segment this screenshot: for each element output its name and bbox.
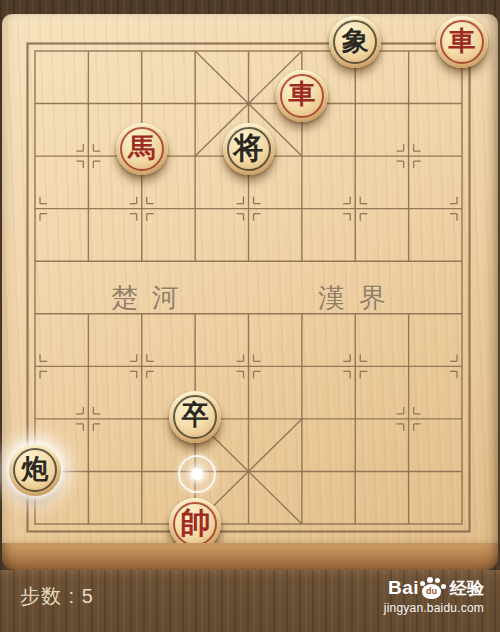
app-background: 楚河 漢界 象車車馬将卒炮帥 步数 : 5 Bai du 经验 jingyan.…	[0, 0, 500, 632]
baidu-jingyan-watermark: Bai du 经验 jingyan.baidu.com	[384, 576, 484, 615]
river-label-left: 楚河	[97, 280, 193, 316]
board-surface[interactable]: 楚河 漢界 象車車馬将卒炮帥	[2, 14, 498, 543]
piece-red-horse[interactable]: 馬	[116, 123, 168, 175]
piece-red-chariot-2[interactable]: 車	[276, 70, 328, 122]
piece-black-soldier[interactable]: 卒	[169, 391, 221, 443]
xiangqi-board[interactable]: 楚河 漢界 象車車馬将卒炮帥	[2, 14, 498, 570]
baidu-paw-icon: du	[420, 577, 446, 600]
watermark-du: du	[426, 587, 437, 596]
piece-red-chariot-1[interactable]: 車	[436, 16, 488, 68]
board-grid	[2, 14, 498, 543]
piece-black-elephant[interactable]: 象	[329, 16, 381, 68]
board-front-edge	[2, 543, 498, 570]
move-counter: 步数 : 5	[20, 583, 94, 610]
watermark-bai: Bai	[388, 577, 419, 599]
watermark-url: jingyan.baidu.com	[384, 601, 484, 615]
river-label-right: 漢界	[304, 280, 400, 316]
watermark-jingyan: 经验	[450, 577, 484, 600]
piece-black-general[interactable]: 将	[223, 123, 275, 175]
bottom-bar: 步数 : 5 Bai du 经验 jingyan.baidu.com	[0, 570, 500, 632]
